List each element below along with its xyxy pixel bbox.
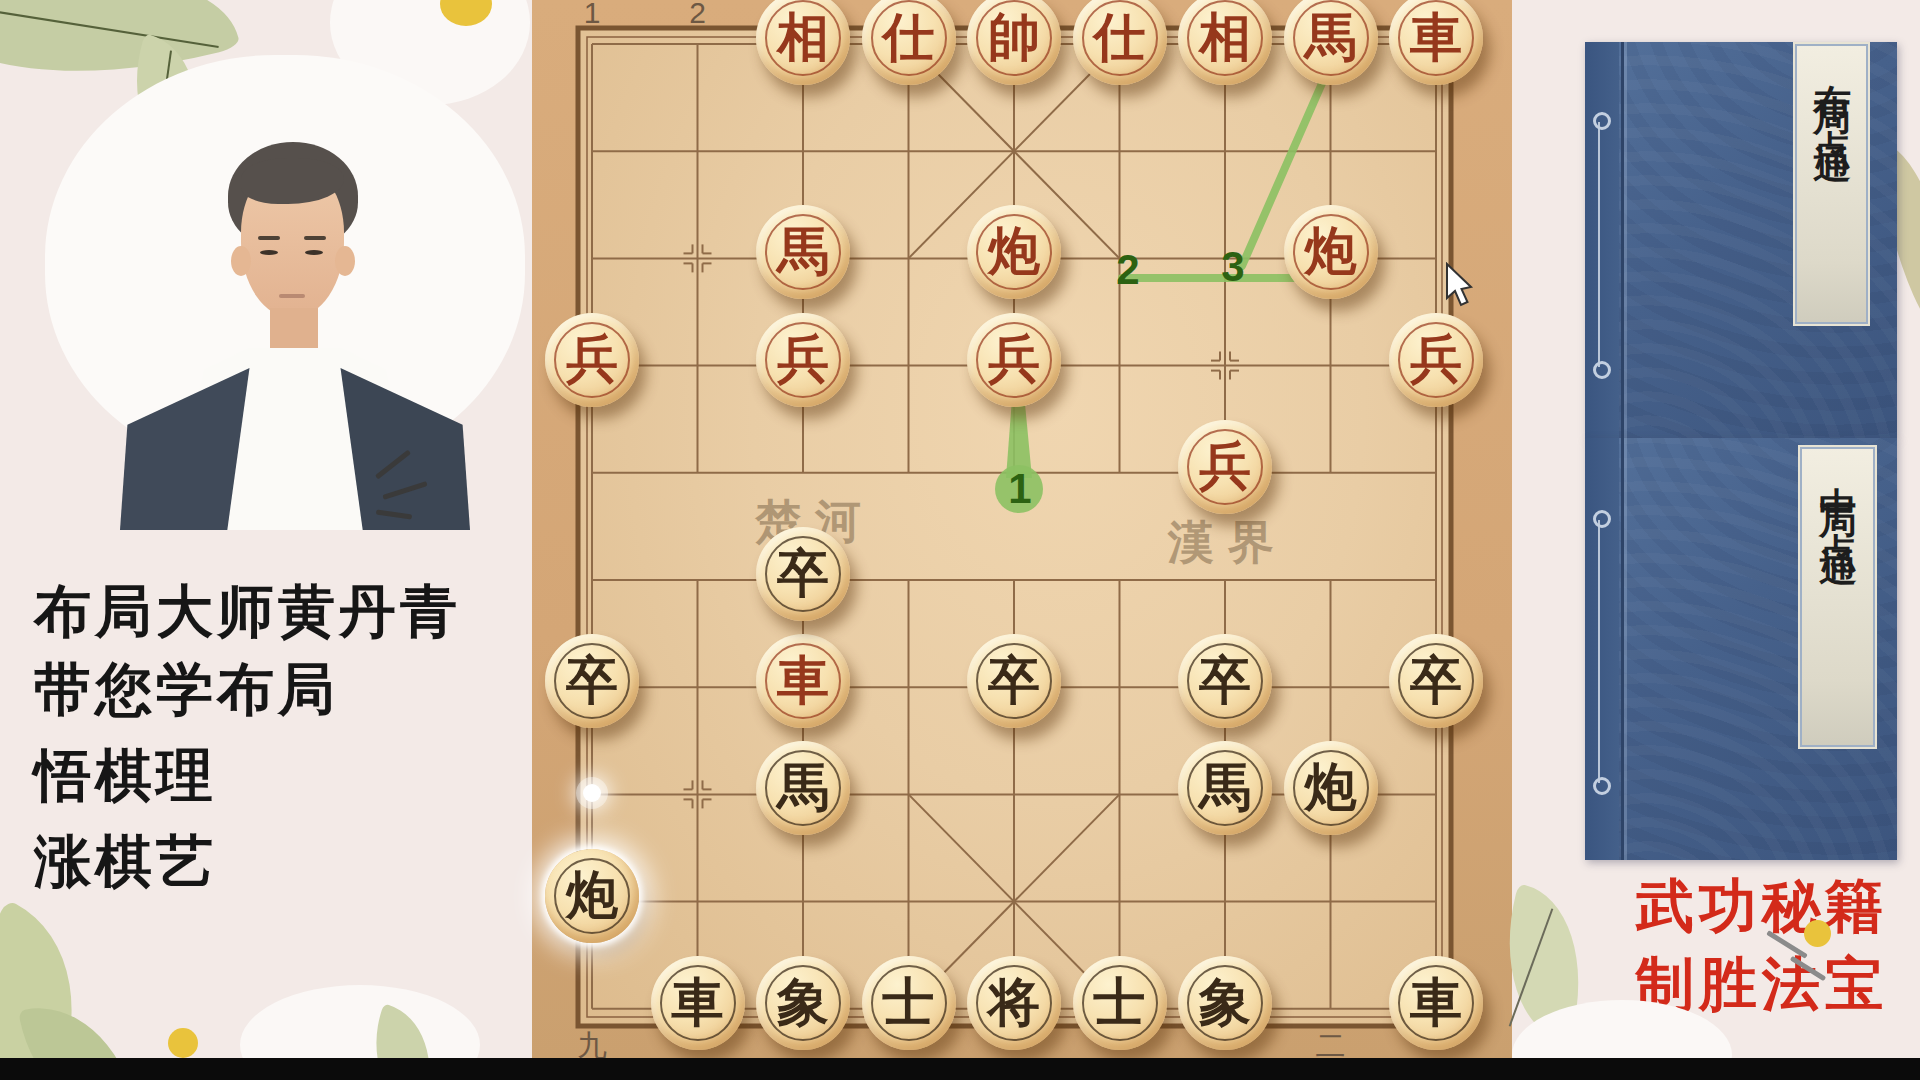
piece-glyph: 士: [883, 977, 935, 1029]
piece-glyph: 炮: [1305, 762, 1357, 814]
letterbox-bar: [0, 1058, 1920, 1080]
piece-glyph: 炮: [988, 226, 1040, 278]
move-number-1: 1: [1008, 465, 1031, 513]
piece-士-black[interactable]: 士: [862, 956, 956, 1050]
piece-兵-red[interactable]: 兵: [545, 313, 639, 407]
piece-glyph: 仕: [1094, 12, 1146, 64]
mouse-cursor: [1445, 262, 1485, 310]
piece-馬-red[interactable]: 馬: [756, 205, 850, 299]
screenshot-root: 布局大师黄丹青 带您学布局 悟棋理 涨棋艺 楚河 漢界 相仕帥仕相馬車馬炮炮兵兵…: [0, 0, 1920, 1080]
piece-卒-black[interactable]: 卒: [1389, 634, 1483, 728]
piece-車-red[interactable]: 車: [756, 634, 850, 728]
piece-兵-red[interactable]: 兵: [1178, 420, 1272, 514]
piece-卒-black[interactable]: 卒: [756, 527, 850, 621]
piece-象-black[interactable]: 象: [1178, 956, 1272, 1050]
piece-炮-red[interactable]: 炮: [1284, 205, 1378, 299]
piece-glyph: 車: [1410, 12, 1462, 64]
piece-glyph: 卒: [1199, 655, 1251, 707]
piece-卒-black[interactable]: 卒: [967, 634, 1061, 728]
piece-炮-black[interactable]: 炮: [545, 849, 639, 943]
piece-glyph: 車: [672, 977, 724, 1029]
piece-glyph: 兵: [777, 334, 829, 386]
piece-glyph: 馬: [777, 226, 829, 278]
piece-兵-red[interactable]: 兵: [1389, 313, 1483, 407]
piece-glyph: 士: [1094, 977, 1146, 1029]
piece-炮-red[interactable]: 炮: [967, 205, 1061, 299]
piece-glyph: 将: [988, 977, 1040, 1029]
piece-glyph: 卒: [566, 655, 618, 707]
piece-glyph: 車: [1410, 977, 1462, 1029]
piece-士-black[interactable]: 士: [1073, 956, 1167, 1050]
piece-glyph: 兵: [1199, 441, 1251, 493]
piece-馬-black[interactable]: 馬: [1178, 741, 1272, 835]
piece-車-black[interactable]: 車: [1389, 956, 1483, 1050]
piece-glyph: 象: [1199, 977, 1251, 1029]
piece-将-black[interactable]: 将: [967, 956, 1061, 1050]
piece-glyph: 帥: [988, 12, 1040, 64]
piece-車-black[interactable]: 車: [651, 956, 745, 1050]
piece-炮-black[interactable]: 炮: [1284, 741, 1378, 835]
piece-glyph: 馬: [1305, 12, 1357, 64]
piece-glyph: 炮: [566, 870, 618, 922]
piece-glyph: 卒: [777, 548, 829, 600]
piece-glyph: 仕: [883, 12, 935, 64]
piece-glyph: 馬: [1199, 762, 1251, 814]
piece-glyph: 馬: [777, 762, 829, 814]
piece-glyph: 象: [777, 977, 829, 1029]
file-label-top-2: 2: [689, 0, 706, 30]
move-annotation-lines: [0, 0, 1920, 1080]
piece-glyph: 卒: [988, 655, 1040, 707]
file-label-top-1: 1: [584, 0, 601, 30]
piece-卒-black[interactable]: 卒: [1178, 634, 1272, 728]
piece-馬-black[interactable]: 馬: [756, 741, 850, 835]
move-number-2: 2: [1116, 246, 1139, 294]
piece-卒-black[interactable]: 卒: [545, 634, 639, 728]
piece-glyph: 兵: [566, 334, 618, 386]
piece-glyph: 車: [777, 655, 829, 707]
piece-glyph: 相: [777, 12, 829, 64]
last-move-origin-dot: [583, 784, 601, 802]
piece-glyph: 相: [1199, 12, 1251, 64]
piece-象-black[interactable]: 象: [756, 956, 850, 1050]
piece-兵-red[interactable]: 兵: [967, 313, 1061, 407]
piece-glyph: 卒: [1410, 655, 1462, 707]
move-number-3: 3: [1221, 243, 1244, 291]
piece-glyph: 炮: [1305, 226, 1357, 278]
piece-兵-red[interactable]: 兵: [756, 313, 850, 407]
piece-glyph: 兵: [1410, 334, 1462, 386]
piece-glyph: 兵: [988, 334, 1040, 386]
